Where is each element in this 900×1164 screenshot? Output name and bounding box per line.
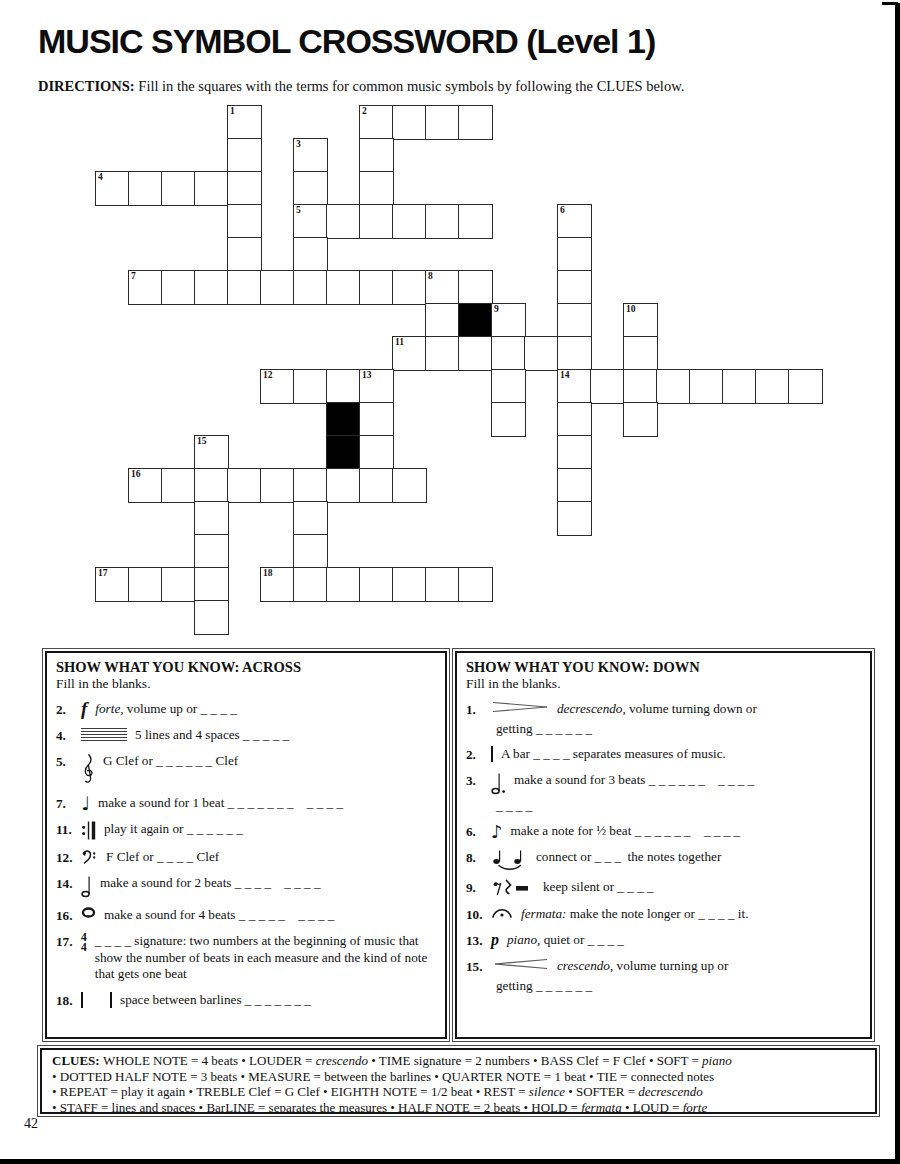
clue-text: • REPEAT = play it again • TREBLE Clef =… xyxy=(52,1084,529,1099)
clue-text: the notes together xyxy=(621,849,721,864)
rests-icon xyxy=(491,879,535,897)
clue-text: getting xyxy=(496,978,536,993)
repeat-sign-icon xyxy=(81,821,96,840)
tied-notes-icon xyxy=(491,849,528,870)
clue-bank-line: • DOTTED HALF NOTE = 3 beats • MEASURE =… xyxy=(52,1070,865,1085)
clue-text: _ _ _ _ xyxy=(588,932,624,947)
across-header: SHOW WHAT YOU KNOW: ACROSS xyxy=(56,659,437,676)
clue-across-7: 7.♩make a sound for 1 beat _ _ _ _ _ _ _… xyxy=(56,795,437,812)
whole-note-icon xyxy=(81,907,96,918)
cell-number-4: 4 xyxy=(98,172,103,183)
grid-cell[interactable] xyxy=(557,336,592,371)
clue-number: 14. xyxy=(56,875,81,892)
scan-edge-top-right xyxy=(882,2,898,5)
clue-body: fermata: make the note longer or _ _ _ _… xyxy=(521,906,862,923)
grid-cell[interactable]: 15 xyxy=(194,435,229,470)
clue-text: • TIME signature = 2 numbers • BASS Clef… xyxy=(368,1053,702,1068)
grid-cell[interactable] xyxy=(425,105,460,140)
clue-text: _ _ _ _ _ _ xyxy=(156,753,212,768)
grid-cell[interactable] xyxy=(227,237,262,272)
crescendo-icon xyxy=(491,958,549,970)
barline-icon xyxy=(491,746,493,762)
grid-cell[interactable]: 1 xyxy=(227,105,262,140)
grid-cell[interactable]: 5 xyxy=(293,204,328,239)
clue-down-10: 10.fermata: make the note longer or _ _ … xyxy=(466,906,862,923)
grid-cell[interactable] xyxy=(656,369,691,404)
clue-text: CLUES: xyxy=(52,1053,103,1068)
clue-text: crescendo xyxy=(316,1053,368,1068)
time-signature-icon: 44 xyxy=(81,933,87,952)
grid-cell[interactable]: 13 xyxy=(359,369,394,404)
black-cell xyxy=(326,402,361,437)
clue-text: _ _ _ _ xyxy=(200,701,236,716)
grid-cell[interactable] xyxy=(293,468,328,503)
grid-cell[interactable] xyxy=(227,204,262,239)
clue-text: forte, xyxy=(95,701,123,716)
grid-cell[interactable]: 3 xyxy=(293,138,328,173)
clue-number: 9. xyxy=(466,879,491,896)
clue-number: 1. xyxy=(466,701,491,718)
clue-down-3: 3.make a sound for 3 beats _ _ _ _ _ _ _… xyxy=(466,772,862,814)
grid-cell[interactable] xyxy=(557,501,592,536)
clue-text: _ _ _ xyxy=(595,849,621,864)
grid-cell[interactable] xyxy=(260,468,295,503)
clue-across-5: 5.G Clef or _ _ _ _ _ _ Clef xyxy=(56,753,437,786)
forte-icon: f xyxy=(81,701,87,717)
grid-cell[interactable]: 6 xyxy=(557,204,592,239)
clue-bank-box: CLUES: WHOLE NOTE = 4 beats • LOUDER = c… xyxy=(40,1048,877,1114)
grid-cell[interactable] xyxy=(194,171,229,206)
clue-text: _ _ _ _ _ _ _ _ _ _ xyxy=(635,823,741,838)
clue-body: crescendo, volume turning up or xyxy=(557,958,862,975)
clue-text: volume up or xyxy=(124,701,201,716)
clue-text: decrescendo, xyxy=(557,701,626,716)
grid-cell[interactable] xyxy=(161,567,196,602)
grid-cell[interactable]: 16 xyxy=(128,468,163,503)
clue-number: 18. xyxy=(56,992,81,1009)
clue-text: _ _ _ _ xyxy=(95,933,131,948)
clue-text: _ _ _ _ _ _ _ _ _ _ xyxy=(649,772,755,787)
cell-number-1: 1 xyxy=(230,106,235,117)
page-title: MUSIC SYMBOL CROSSWORD (Level 1) xyxy=(38,22,655,61)
clue-bank-line: • REPEAT = play it again • TREBLE Clef =… xyxy=(52,1085,865,1100)
grid-cell[interactable]: 18 xyxy=(260,567,295,602)
clue-text: make a sound for 1 beat xyxy=(98,795,228,810)
grid-cell[interactable] xyxy=(359,567,394,602)
clue-body: _ _ _ _ signature: two numbers at the be… xyxy=(95,933,437,983)
grid-cell[interactable] xyxy=(623,402,658,437)
clue-across-11: 11.play it again or _ _ _ _ _ _ xyxy=(56,821,437,840)
black-cell xyxy=(326,435,361,470)
grid-cell[interactable] xyxy=(458,336,493,371)
grid-cell[interactable] xyxy=(557,435,592,470)
clue-text: keep silent or xyxy=(543,879,617,894)
grid-cell[interactable] xyxy=(293,534,328,569)
clue-across-16: 16.make a sound for 4 beats _ _ _ _ _ _ … xyxy=(56,907,437,924)
clue-body: play it again or _ _ _ _ _ _ xyxy=(104,821,437,838)
grid-cell[interactable] xyxy=(128,171,163,206)
clue-bank-line: • STAFF = lines and spaces • BarLINE = s… xyxy=(52,1101,865,1114)
grid-cell[interactable] xyxy=(128,567,163,602)
grid-cell[interactable] xyxy=(194,270,229,305)
grid-cell[interactable] xyxy=(227,171,262,206)
clue-body: make a sound for 2 beats _ _ _ _ _ _ _ _ xyxy=(100,875,437,892)
clue-text: _ _ _ _ xyxy=(157,849,193,864)
barlines-icon xyxy=(81,992,112,1008)
cell-number-10: 10 xyxy=(626,304,636,315)
grid-cell[interactable] xyxy=(392,567,427,602)
clue-text: _ _ _ _ _ _ _ _ _ _ _ xyxy=(228,795,343,810)
grid-cell[interactable] xyxy=(227,138,262,173)
clue-text: _ _ _ _ xyxy=(496,798,532,813)
clue-text: silence xyxy=(529,1084,565,1099)
grid-cell[interactable] xyxy=(293,171,328,206)
grid-cell[interactable] xyxy=(623,369,658,404)
grid-cell[interactable] xyxy=(557,303,592,338)
grid-cell[interactable] xyxy=(722,369,757,404)
cell-number-12: 12 xyxy=(263,370,273,381)
clue-text: _ _ _ _ _ _ _ xyxy=(245,992,311,1007)
grid-cell[interactable] xyxy=(425,303,460,338)
clue-number: 4. xyxy=(56,727,81,744)
across-clues-box: SHOW WHAT YOU KNOW: ACROSS Fill in the b… xyxy=(45,651,447,1039)
clue-body: make a note for ½ beat _ _ _ _ _ _ _ _ _… xyxy=(511,823,863,840)
clue-text: A bar xyxy=(501,746,533,761)
clue-text: volume turning down or xyxy=(626,701,757,716)
cell-number-7: 7 xyxy=(131,271,136,282)
grid-cell[interactable] xyxy=(359,204,394,239)
clue-text: • SOFTER = xyxy=(565,1084,638,1099)
grid-cell[interactable]: 17 xyxy=(95,567,130,602)
grid-cell[interactable] xyxy=(458,105,493,140)
grid-cell[interactable] xyxy=(392,105,427,140)
clue-body: connect or _ _ _ the notes together xyxy=(536,849,862,866)
grid-cell[interactable] xyxy=(359,138,394,173)
clue-text: • STAFF = lines and spaces • BarLINE = s… xyxy=(52,1100,581,1114)
grid-cell[interactable] xyxy=(293,567,328,602)
clue-across-17: 17.44_ _ _ _ signature: two numbers at t… xyxy=(56,933,437,983)
clue-number: 7. xyxy=(56,795,81,812)
grid-cell[interactable] xyxy=(557,237,592,272)
clue-down-8: 8.connect or _ _ _ the notes together xyxy=(466,849,862,870)
staff-icon xyxy=(81,727,127,742)
fermata-icon xyxy=(491,906,513,919)
grid-cell[interactable] xyxy=(227,270,262,305)
quarter-note-icon: ♩ xyxy=(81,795,90,812)
grid-cell[interactable] xyxy=(359,402,394,437)
grid-cell[interactable]: 14 xyxy=(557,369,592,404)
down-clue-list: 1.decrescendo, volume turning down orget… xyxy=(466,701,862,994)
grid-cell[interactable] xyxy=(326,468,361,503)
clue-across-12: 12.F Clef or _ _ _ _ Clef xyxy=(56,849,437,866)
directions-label: DIRECTIONS: xyxy=(38,78,135,94)
clue-body: make a sound for 4 beats _ _ _ _ _ _ _ _… xyxy=(104,907,437,924)
grid-cell[interactable]: 8 xyxy=(425,270,460,305)
clue-text: space between barlines xyxy=(120,992,245,1007)
grid-cell[interactable] xyxy=(326,567,361,602)
grid-cell[interactable] xyxy=(326,204,361,239)
clue-text: _ _ _ _ xyxy=(698,906,734,921)
clue-number: 2. xyxy=(466,746,491,763)
grid-cell[interactable] xyxy=(392,270,427,305)
clue-body: make a sound for 1 beat _ _ _ _ _ _ _ _ … xyxy=(98,795,437,812)
clue-number: 11. xyxy=(56,821,81,838)
grid-cell[interactable] xyxy=(161,468,196,503)
clue-continuation: _ _ _ _ xyxy=(496,798,862,814)
grid-cell[interactable] xyxy=(491,336,526,371)
clue-text: 5 lines and 4 spaces xyxy=(135,727,243,742)
clue-down-6: 6.♪make a note for ½ beat _ _ _ _ _ _ _ … xyxy=(466,823,862,840)
clue-text: • DOTTED HALF NOTE = 3 beats • MEASURE =… xyxy=(52,1069,714,1084)
grid-cell[interactable] xyxy=(788,369,823,404)
cell-number-16: 16 xyxy=(131,469,141,480)
clue-text: fermata xyxy=(581,1100,621,1114)
clue-text: make a sound for 4 beats xyxy=(104,907,239,922)
grid-cell[interactable]: 10 xyxy=(623,303,658,338)
clue-text: quiet or xyxy=(540,932,587,947)
down-subheader: Fill in the blanks. xyxy=(466,676,862,692)
grid-cell[interactable] xyxy=(425,204,460,239)
clue-number: 5. xyxy=(56,753,81,770)
grid-cell[interactable] xyxy=(458,204,493,239)
clue-text: WHOLE NOTE = 4 beats • LOUDER = xyxy=(103,1053,316,1068)
cell-number-8: 8 xyxy=(428,271,433,282)
clue-text: make a sound for 3 beats xyxy=(514,772,649,787)
clue-text: • LOUD = xyxy=(622,1100,683,1114)
clue-body: 5 lines and 4 spaces _ _ _ _ _ xyxy=(135,727,437,744)
clue-text: decrescendo xyxy=(638,1084,703,1099)
clue-across-2: 2.fforte, volume up or _ _ _ _ xyxy=(56,701,437,718)
clue-number: 16. xyxy=(56,907,81,924)
clue-text: _ _ _ _ _ _ xyxy=(536,978,592,993)
grid-cell[interactable] xyxy=(458,270,493,305)
cell-number-2: 2 xyxy=(362,106,367,117)
treble-clef-icon xyxy=(81,753,95,786)
grid-cell[interactable] xyxy=(359,468,394,503)
grid-cell[interactable] xyxy=(227,468,262,503)
clue-text: piano xyxy=(702,1053,732,1068)
scan-edge-bottom xyxy=(0,1159,900,1164)
piano-icon: p xyxy=(491,932,499,947)
clue-number: 2. xyxy=(56,701,81,718)
clue-number: 12. xyxy=(56,849,81,866)
grid-cell[interactable]: 7 xyxy=(128,270,163,305)
grid-cell[interactable] xyxy=(557,402,592,437)
clue-across-14: 14.make a sound for 2 beats _ _ _ _ _ _ … xyxy=(56,875,437,898)
clue-continuation: getting _ _ _ _ _ _ xyxy=(496,978,862,994)
grid-cell[interactable] xyxy=(260,270,295,305)
clue-text: make a sound for 2 beats xyxy=(100,875,235,890)
grid-cell[interactable]: 11 xyxy=(392,336,427,371)
decrescendo-icon xyxy=(491,701,549,713)
clue-body: G Clef or _ _ _ _ _ _ Clef xyxy=(103,753,437,770)
clue-text: _ _ _ _ xyxy=(617,879,653,894)
clue-down-13: 13.ppiano, quiet or _ _ _ _ xyxy=(466,932,862,949)
grid-cell[interactable] xyxy=(293,501,328,536)
grid-cell[interactable] xyxy=(293,270,328,305)
clue-text: separates measures of music. xyxy=(570,746,726,761)
clue-text: forte xyxy=(683,1100,708,1114)
across-clue-list: 2.fforte, volume up or _ _ _ _4.5 lines … xyxy=(56,701,437,1009)
grid-cell[interactable] xyxy=(590,369,625,404)
clue-down-2: 2.A bar _ _ _ _ separates measures of mu… xyxy=(466,746,862,763)
bass-clef-icon xyxy=(81,849,98,866)
clue-text: it. xyxy=(735,906,749,921)
clue-text: _ _ _ _ _ _ xyxy=(536,721,592,736)
clue-text: piano, xyxy=(507,932,540,947)
clue-across-18: 18.space between barlines _ _ _ _ _ _ _ xyxy=(56,992,437,1009)
grid-cell[interactable] xyxy=(524,336,559,371)
grid-cell[interactable] xyxy=(293,237,328,272)
clue-body: A bar _ _ _ _ separates measures of musi… xyxy=(501,746,862,763)
grid-cell[interactable] xyxy=(161,270,196,305)
cell-number-18: 18 xyxy=(263,568,273,579)
clue-text: F Clef or xyxy=(106,849,157,864)
grid-cell[interactable] xyxy=(491,402,526,437)
clue-across-4: 4.5 lines and 4 spaces _ _ _ _ _ xyxy=(56,727,437,744)
across-subheader: Fill in the blanks. xyxy=(56,676,437,692)
dotted-half-note-icon xyxy=(491,772,506,795)
grid-cell[interactable] xyxy=(194,501,229,536)
clue-body: F Clef or _ _ _ _ Clef xyxy=(106,849,437,866)
clue-number: 8. xyxy=(466,849,491,866)
clue-text: _ _ _ _ _ _ _ _ _ xyxy=(239,907,335,922)
cell-number-15: 15 xyxy=(197,436,207,447)
grid-cell[interactable] xyxy=(557,270,592,305)
cell-number-3: 3 xyxy=(296,139,301,150)
grid-cell[interactable] xyxy=(194,567,229,602)
grid-cell[interactable] xyxy=(458,567,493,602)
clue-body: space between barlines _ _ _ _ _ _ _ xyxy=(120,992,437,1009)
crossword-grid: 123456789101112131415161718 xyxy=(95,105,825,635)
clue-text: _ _ _ _ _ xyxy=(243,727,289,742)
clue-number: 3. xyxy=(466,772,491,789)
clue-text: G Clef or xyxy=(103,753,156,768)
directions-text: Fill in the squares with the terms for c… xyxy=(135,78,685,94)
grid-cell[interactable] xyxy=(194,468,229,503)
grid-cell[interactable]: 2 xyxy=(359,105,394,140)
clue-text: signature: two numbers at the beginning … xyxy=(95,933,428,981)
cell-number-11: 11 xyxy=(395,337,404,348)
clue-text: Clef xyxy=(212,753,238,768)
clue-body: forte, volume up or _ _ _ _ xyxy=(95,701,437,718)
grid-cell[interactable] xyxy=(293,369,328,404)
clue-text: make the note longer or xyxy=(566,906,698,921)
clue-number: 13. xyxy=(466,932,491,949)
scan-edge-right xyxy=(895,3,900,1164)
grid-cell[interactable] xyxy=(161,171,196,206)
black-cell xyxy=(458,303,493,338)
clue-text: volume turning up or xyxy=(613,958,728,973)
clue-text: _ _ _ _ _ _ xyxy=(187,821,243,836)
worksheet-page: MUSIC SYMBOL CROSSWORD (Level 1) DIRECTI… xyxy=(0,0,900,1164)
grid-cell[interactable] xyxy=(359,435,394,470)
half-note-icon xyxy=(81,875,92,898)
grid-cell[interactable] xyxy=(359,270,394,305)
clue-down-9: 9.keep silent or _ _ _ _ xyxy=(466,879,862,897)
cell-number-9: 9 xyxy=(494,304,499,315)
clue-text: _ _ _ _ _ _ _ _ xyxy=(235,875,321,890)
clue-number: 10. xyxy=(466,906,491,923)
grid-cell[interactable] xyxy=(623,336,658,371)
clue-body: decrescendo, volume turning down or xyxy=(557,701,862,718)
cell-number-6: 6 xyxy=(560,205,565,216)
grid-cell[interactable] xyxy=(425,567,460,602)
grid-cell[interactable]: 12 xyxy=(260,369,295,404)
grid-cell[interactable] xyxy=(755,369,790,404)
clue-text: fermata: xyxy=(521,906,566,921)
grid-cell[interactable] xyxy=(359,171,394,206)
clue-text: make a note for ½ beat xyxy=(511,823,635,838)
grid-cell[interactable] xyxy=(194,534,229,569)
grid-cell[interactable] xyxy=(194,600,229,635)
clue-body: piano, quiet or _ _ _ _ xyxy=(507,932,862,949)
cell-number-5: 5 xyxy=(296,205,301,216)
clue-text: crescendo, xyxy=(557,958,613,973)
down-header: SHOW WHAT YOU KNOW: DOWN xyxy=(466,659,862,676)
clue-bank-lines: CLUES: WHOLE NOTE = 4 beats • LOUDER = c… xyxy=(52,1054,865,1114)
cell-number-14: 14 xyxy=(560,370,570,381)
clue-text: play it again or xyxy=(104,821,187,836)
page-number: 42 xyxy=(24,1116,38,1132)
clue-text: Clef xyxy=(193,849,219,864)
grid-cell[interactable]: 4 xyxy=(95,171,130,206)
clue-bank-line: CLUES: WHOLE NOTE = 4 beats • LOUDER = c… xyxy=(52,1054,865,1069)
eighth-note-icon: ♪ xyxy=(491,823,503,840)
grid-cell[interactable] xyxy=(557,468,592,503)
clue-continuation: getting _ _ _ _ _ _ xyxy=(496,721,862,737)
clue-body: keep silent or _ _ _ _ xyxy=(543,879,862,896)
grid-cell[interactable] xyxy=(425,336,460,371)
clue-text: connect or xyxy=(536,849,595,864)
clue-text: getting xyxy=(496,721,536,736)
clue-number: 17. xyxy=(56,933,81,950)
clue-text: _ _ _ _ xyxy=(533,746,569,761)
grid-cell[interactable] xyxy=(689,369,724,404)
grid-cell[interactable] xyxy=(392,204,427,239)
down-clues-box: SHOW WHAT YOU KNOW: DOWN Fill in the bla… xyxy=(455,651,872,1039)
grid-cell[interactable]: 9 xyxy=(491,303,526,338)
grid-cell[interactable] xyxy=(326,270,361,305)
clue-number: 15. xyxy=(466,958,491,975)
clue-number: 6. xyxy=(466,823,491,840)
clue-body: make a sound for 3 beats _ _ _ _ _ _ _ _… xyxy=(514,772,862,789)
directions: DIRECTIONS: Fill in the squares with the… xyxy=(38,78,868,95)
grid-cell[interactable] xyxy=(491,369,526,404)
clue-down-1: 1.decrescendo, volume turning down orget… xyxy=(466,701,862,737)
cell-number-13: 13 xyxy=(362,370,372,381)
clue-down-15: 15.crescendo, volume turning up orgettin… xyxy=(466,958,862,994)
grid-cell[interactable] xyxy=(392,468,427,503)
grid-cell[interactable] xyxy=(326,369,361,404)
cell-number-17: 17 xyxy=(98,568,108,579)
